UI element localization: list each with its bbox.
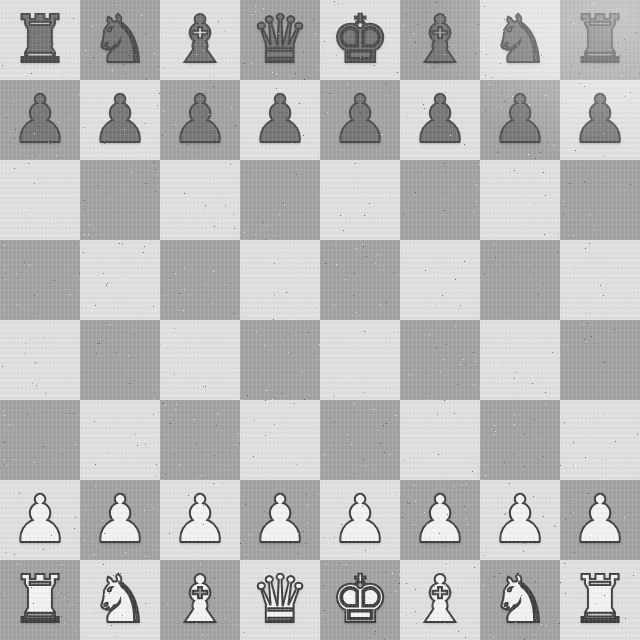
square-d6[interactable] <box>240 160 320 240</box>
piece-black-rook: ♜ <box>570 0 629 80</box>
square-e7[interactable]: ♟ <box>320 80 400 160</box>
piece-white-rook: ♜ <box>570 560 629 640</box>
square-d1[interactable]: ♛ <box>240 560 320 640</box>
square-e8[interactable]: ♚ <box>320 0 400 80</box>
square-f7[interactable]: ♟ <box>400 80 480 160</box>
square-h3[interactable] <box>560 400 640 480</box>
square-d5[interactable] <box>240 240 320 320</box>
square-h8[interactable]: ♜ <box>560 0 640 80</box>
piece-black-pawn: ♟ <box>90 80 149 160</box>
piece-white-pawn: ♟ <box>90 480 149 560</box>
piece-white-pawn: ♟ <box>570 480 629 560</box>
square-e2[interactable]: ♟ <box>320 480 400 560</box>
square-b6[interactable] <box>80 160 160 240</box>
square-c1[interactable]: ♝ <box>160 560 240 640</box>
square-d3[interactable] <box>240 400 320 480</box>
square-g3[interactable] <box>480 400 560 480</box>
square-c2[interactable]: ♟ <box>160 480 240 560</box>
piece-white-pawn: ♟ <box>10 480 69 560</box>
piece-black-knight: ♞ <box>490 0 549 80</box>
square-f5[interactable] <box>400 240 480 320</box>
piece-black-rook: ♜ <box>10 0 69 80</box>
square-f6[interactable] <box>400 160 480 240</box>
square-g2[interactable]: ♟ <box>480 480 560 560</box>
square-c3[interactable] <box>160 400 240 480</box>
square-g6[interactable] <box>480 160 560 240</box>
piece-white-pawn: ♟ <box>410 480 469 560</box>
square-a5[interactable] <box>0 240 80 320</box>
piece-black-queen: ♛ <box>250 0 309 80</box>
piece-black-pawn: ♟ <box>570 80 629 160</box>
square-b8[interactable]: ♞ <box>80 0 160 80</box>
square-f8[interactable]: ♝ <box>400 0 480 80</box>
square-f3[interactable] <box>400 400 480 480</box>
square-e5[interactable] <box>320 240 400 320</box>
square-a4[interactable] <box>0 320 80 400</box>
square-b1[interactable]: ♞ <box>80 560 160 640</box>
piece-white-knight: ♞ <box>490 560 549 640</box>
piece-white-bishop: ♝ <box>410 560 469 640</box>
square-a6[interactable] <box>0 160 80 240</box>
square-e3[interactable] <box>320 400 400 480</box>
square-c5[interactable] <box>160 240 240 320</box>
square-d7[interactable]: ♟ <box>240 80 320 160</box>
square-g5[interactable] <box>480 240 560 320</box>
piece-white-queen: ♛ <box>250 560 309 640</box>
square-g1[interactable]: ♞ <box>480 560 560 640</box>
square-h1[interactable]: ♜ <box>560 560 640 640</box>
piece-black-bishop: ♝ <box>410 0 469 80</box>
square-h6[interactable] <box>560 160 640 240</box>
piece-black-bishop: ♝ <box>170 0 229 80</box>
piece-black-king: ♚ <box>330 0 389 80</box>
square-b3[interactable] <box>80 400 160 480</box>
square-c6[interactable] <box>160 160 240 240</box>
piece-white-pawn: ♟ <box>250 480 309 560</box>
square-h7[interactable]: ♟ <box>560 80 640 160</box>
square-g8[interactable]: ♞ <box>480 0 560 80</box>
piece-black-pawn: ♟ <box>250 80 309 160</box>
square-c4[interactable] <box>160 320 240 400</box>
square-f2[interactable]: ♟ <box>400 480 480 560</box>
square-b2[interactable]: ♟ <box>80 480 160 560</box>
square-a7[interactable]: ♟ <box>0 80 80 160</box>
chess-board: ♜♞♝♛♚♝♞♜♟♟♟♟♟♟♟♟♟♟♟♟♟♟♟♟♜♞♝♛♚♝♞♜ <box>0 0 640 640</box>
piece-black-pawn: ♟ <box>490 80 549 160</box>
square-a3[interactable] <box>0 400 80 480</box>
square-g4[interactable] <box>480 320 560 400</box>
square-h5[interactable] <box>560 240 640 320</box>
piece-black-pawn: ♟ <box>170 80 229 160</box>
square-d2[interactable]: ♟ <box>240 480 320 560</box>
square-e6[interactable] <box>320 160 400 240</box>
piece-black-pawn: ♟ <box>330 80 389 160</box>
piece-white-knight: ♞ <box>90 560 149 640</box>
piece-black-knight: ♞ <box>90 0 149 80</box>
square-e1[interactable]: ♚ <box>320 560 400 640</box>
piece-white-pawn: ♟ <box>330 480 389 560</box>
square-a8[interactable]: ♜ <box>0 0 80 80</box>
square-c7[interactable]: ♟ <box>160 80 240 160</box>
square-d8[interactable]: ♛ <box>240 0 320 80</box>
square-c8[interactable]: ♝ <box>160 0 240 80</box>
square-e4[interactable] <box>320 320 400 400</box>
piece-white-king: ♚ <box>330 560 389 640</box>
square-a1[interactable]: ♜ <box>0 560 80 640</box>
square-d4[interactable] <box>240 320 320 400</box>
piece-white-pawn: ♟ <box>170 480 229 560</box>
piece-white-rook: ♜ <box>10 560 69 640</box>
piece-white-pawn: ♟ <box>490 480 549 560</box>
square-b7[interactable]: ♟ <box>80 80 160 160</box>
square-h4[interactable] <box>560 320 640 400</box>
piece-black-pawn: ♟ <box>10 80 69 160</box>
square-g7[interactable]: ♟ <box>480 80 560 160</box>
square-h2[interactable]: ♟ <box>560 480 640 560</box>
square-b5[interactable] <box>80 240 160 320</box>
square-f4[interactable] <box>400 320 480 400</box>
piece-black-pawn: ♟ <box>410 80 469 160</box>
piece-white-bishop: ♝ <box>170 560 229 640</box>
square-f1[interactable]: ♝ <box>400 560 480 640</box>
square-b4[interactable] <box>80 320 160 400</box>
square-a2[interactable]: ♟ <box>0 480 80 560</box>
